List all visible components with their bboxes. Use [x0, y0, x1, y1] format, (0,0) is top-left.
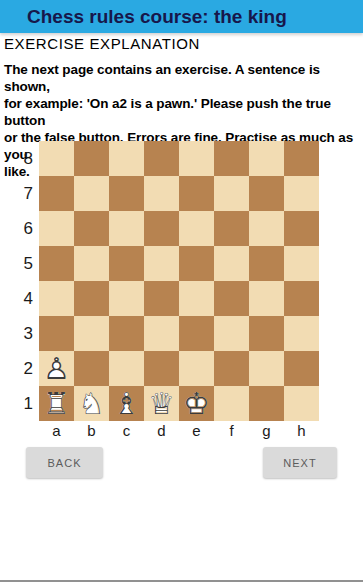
square-f7: [214, 176, 249, 211]
rank-label-5: 5: [0, 246, 39, 281]
square-g8: [249, 141, 284, 176]
square-c7: [109, 176, 144, 211]
square-e2: [179, 351, 214, 386]
rank-label-2: 2: [0, 351, 39, 386]
square-b1: ♞♘: [74, 386, 109, 421]
square-h4: [284, 281, 319, 316]
rank-label-8: 8: [0, 141, 39, 176]
file-label-f: f: [214, 421, 249, 441]
square-c6: [109, 211, 144, 246]
square-a5: [39, 246, 74, 281]
square-d3: [144, 316, 179, 351]
file-label-b: b: [74, 421, 109, 441]
rank-label-7: 7: [0, 176, 39, 211]
white-bishop: ♝♗: [109, 386, 144, 421]
square-f1: [214, 386, 249, 421]
square-a6: [39, 211, 74, 246]
square-b3: [74, 316, 109, 351]
square-h3: [284, 316, 319, 351]
square-g6: [249, 211, 284, 246]
rank-label-1: 1: [0, 386, 39, 421]
square-a7: [39, 176, 74, 211]
file-label-g: g: [249, 421, 284, 441]
square-a4: [39, 281, 74, 316]
chess-board: 8765432♟♙1♜♖♞♘♝♗♛♕♚♔abcdefgh: [0, 141, 319, 441]
back-button[interactable]: BACK: [26, 447, 103, 478]
square-c8: [109, 141, 144, 176]
square-d2: [144, 351, 179, 386]
white-pawn: ♟♙: [39, 351, 74, 386]
file-label-e: e: [179, 421, 214, 441]
square-f8: [214, 141, 249, 176]
square-a3: [39, 316, 74, 351]
app-header: Chess rules course: the king: [0, 0, 363, 33]
square-c4: [109, 281, 144, 316]
square-f4: [214, 281, 249, 316]
white-rook: ♜♖: [39, 386, 74, 421]
square-h5: [284, 246, 319, 281]
square-b8: [74, 141, 109, 176]
app-title: Chess rules course: the king: [0, 0, 363, 33]
square-b7: [74, 176, 109, 211]
explanation-line: The next page contains an exercise. A se…: [4, 61, 361, 95]
square-d7: [144, 176, 179, 211]
file-label-d: d: [144, 421, 179, 441]
rank-label-3: 3: [0, 316, 39, 351]
square-b4: [74, 281, 109, 316]
square-c2: [109, 351, 144, 386]
square-c5: [109, 246, 144, 281]
square-a8: [39, 141, 74, 176]
square-e4: [179, 281, 214, 316]
file-label-c: c: [109, 421, 144, 441]
square-c3: [109, 316, 144, 351]
square-e1: ♚♔: [179, 386, 214, 421]
rank-label-6: 6: [0, 211, 39, 246]
board-corner-spacer: [0, 421, 39, 441]
square-f3: [214, 316, 249, 351]
rank-label-4: 4: [0, 281, 39, 316]
square-d1: ♛♕: [144, 386, 179, 421]
white-knight: ♞♘: [74, 386, 109, 421]
square-b6: [74, 211, 109, 246]
square-d5: [144, 246, 179, 281]
file-label-h: h: [284, 421, 319, 441]
file-label-a: a: [39, 421, 74, 441]
section-heading: EXERCISE EXPLANATION: [4, 35, 200, 52]
square-h6: [284, 211, 319, 246]
square-c1: ♝♗: [109, 386, 144, 421]
square-h2: [284, 351, 319, 386]
square-e7: [179, 176, 214, 211]
square-h8: [284, 141, 319, 176]
square-b5: [74, 246, 109, 281]
square-b2: [74, 351, 109, 386]
square-e8: [179, 141, 214, 176]
square-d8: [144, 141, 179, 176]
square-g4: [249, 281, 284, 316]
square-f6: [214, 211, 249, 246]
square-h7: [284, 176, 319, 211]
square-a1: ♜♖: [39, 386, 74, 421]
square-d4: [144, 281, 179, 316]
next-button[interactable]: NEXT: [263, 447, 337, 478]
square-f2: [214, 351, 249, 386]
square-g3: [249, 316, 284, 351]
explanation-line: for example: 'On a2 is a pawn.' Please p…: [4, 95, 361, 129]
square-d6: [144, 211, 179, 246]
square-f5: [214, 246, 249, 281]
white-king: ♚♔: [179, 386, 214, 421]
app-screen: Chess rules course: the king EXERCISE EX…: [0, 0, 363, 582]
square-g7: [249, 176, 284, 211]
square-a2: ♟♙: [39, 351, 74, 386]
square-g5: [249, 246, 284, 281]
square-e6: [179, 211, 214, 246]
white-queen: ♛♕: [144, 386, 179, 421]
square-h1: [284, 386, 319, 421]
square-e3: [179, 316, 214, 351]
square-e5: [179, 246, 214, 281]
square-g1: [249, 386, 284, 421]
square-g2: [249, 351, 284, 386]
